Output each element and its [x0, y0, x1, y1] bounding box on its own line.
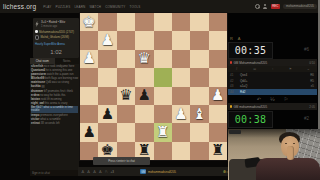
table-cell: Rd2	[240, 90, 314, 94]
piece-black-pawn: ♟	[82, 125, 95, 140]
square-a6[interactable]: ♟	[80, 50, 98, 68]
square-b2[interactable]	[98, 123, 116, 141]
piece-white-rook: ♜	[156, 125, 169, 140]
lichess-logo[interactable]: lichess.org	[3, 3, 36, 10]
square-b8[interactable]	[98, 13, 116, 31]
square-e8[interactable]	[154, 13, 172, 31]
square-h1[interactable]: ♜	[209, 142, 227, 160]
nav-item-puzzles[interactable]: PUZZLES	[56, 5, 71, 9]
table-column-icon: ≡	[307, 67, 309, 71]
piece-white-pawn: ♟	[101, 33, 114, 48]
piece-white-pawn: ♟	[82, 51, 95, 66]
draw-offer-icon[interactable]: ½	[270, 96, 275, 102]
player-row-bottom-name: GM mohammadsina8205	[234, 105, 268, 109]
square-e2[interactable]: ♜	[154, 123, 172, 141]
tournament-countdown: 1:02	[33, 49, 79, 55]
header-right: REC mohammadsina8205	[255, 4, 317, 10]
square-c2[interactable]	[117, 123, 135, 141]
black-clock-time: 00:38	[235, 114, 267, 125]
square-d2[interactable]	[135, 123, 153, 141]
table-cell: 43	[230, 84, 240, 88]
player-name[interactable]: mohammadsina8205	[148, 170, 176, 174]
square-f8[interactable]	[172, 13, 190, 31]
white-clock-tag: #6	[304, 47, 309, 52]
webcam-person-hand	[287, 146, 294, 160]
white-player[interactable]: Mohammadsina8205 (2747)	[33, 28, 79, 34]
piece-black-pawn: ♟	[101, 107, 114, 122]
square-c5[interactable]	[117, 68, 135, 86]
webcam-label-chip	[229, 130, 241, 134]
webcam-view	[228, 129, 320, 180]
search-icon[interactable]	[255, 4, 260, 9]
captured-pieces: ♙ ♙ ♙ ♙ ♘	[81, 169, 109, 174]
table-row[interactable]: 42Qd4+R5	[228, 78, 317, 84]
table-cell: Qxe4	[240, 73, 310, 77]
white-clock-widget: 00:35	[228, 42, 273, 59]
table-column-icon: #	[236, 67, 238, 71]
piece-black-pawn: ♟	[138, 88, 151, 103]
square-c8[interactable]	[117, 13, 135, 31]
square-f7[interactable]	[172, 31, 190, 49]
black-dot-icon	[35, 35, 39, 40]
keyboard-hint: Press <enter> to chat	[93, 157, 150, 165]
resign-flag-icon[interactable]: ⚐	[284, 96, 288, 102]
table-cell: Qd4+	[240, 79, 310, 83]
table-cell: 41	[230, 73, 240, 77]
table-column-icon: ▤	[253, 67, 256, 71]
window-marks: R A	[230, 36, 242, 41]
material-advantage: +3	[111, 170, 114, 174]
white-clock-time: 00:35	[235, 45, 267, 56]
piece-white-pawn: ♟	[211, 88, 224, 103]
square-d8[interactable]	[135, 13, 153, 31]
square-f2[interactable]	[172, 123, 190, 141]
white-dot-icon	[35, 30, 38, 33]
square-c4[interactable]: ♛	[117, 87, 135, 105]
chat-input[interactable]: Sign in to chat	[30, 170, 79, 176]
square-d4[interactable]: ♟	[135, 87, 153, 105]
nav-item-learn[interactable]: LEARN	[74, 5, 85, 9]
table-column-icon: ⚑	[289, 67, 292, 71]
square-f1[interactable]	[172, 142, 190, 160]
table-column-icon: ◔	[272, 67, 274, 71]
webcam-person-body	[256, 158, 320, 180]
user-icon[interactable]	[263, 4, 268, 9]
square-a2[interactable]: ♟	[80, 123, 98, 141]
square-a4[interactable]	[80, 87, 98, 105]
square-c7[interactable]	[117, 31, 135, 49]
square-h2[interactable]	[209, 123, 227, 141]
square-e6[interactable]	[154, 50, 172, 68]
square-g6[interactable]	[190, 50, 208, 68]
player-row-bottom-value: 2:05	[309, 105, 315, 109]
square-h5[interactable]	[209, 68, 227, 86]
square-e5[interactable]	[154, 68, 172, 86]
square-h6[interactable]	[209, 50, 227, 68]
square-h8[interactable]	[209, 13, 227, 31]
piece-white-pawn: ♟	[174, 107, 187, 122]
table-row[interactable]: 41Qxe4R6	[228, 72, 317, 78]
square-a5[interactable]	[80, 68, 98, 86]
square-g3[interactable]: ♝	[190, 105, 208, 123]
blitz-icon	[35, 21, 39, 27]
keyboard-hint-text: Press <enter> to chat	[108, 159, 135, 163]
rec-badge: REC	[271, 4, 280, 9]
nav-item-community[interactable]: COMMUNITY	[105, 5, 125, 9]
nav-item-watch[interactable]: WATCH	[89, 5, 101, 9]
chat-messages[interactable]: silverfish nice rook endgame hereQuantum…	[30, 64, 79, 170]
webcam-shadow	[228, 129, 320, 138]
username-pill[interactable]: mohammadsina8205	[283, 4, 317, 10]
square-c3[interactable]	[117, 105, 135, 123]
table-cell: a1=Q	[240, 84, 311, 88]
title-badge: GM	[140, 169, 147, 174]
table-row[interactable]: 43a1=Qe5	[228, 83, 317, 89]
player-row-top-name: GM Mohammadsina8205	[234, 61, 268, 65]
stream-screenshot: lichess.org PLAYPUZZLESLEARNWATCHCOMMUNI…	[0, 0, 320, 180]
nav-item-play[interactable]: PLAY	[43, 5, 51, 9]
square-d5[interactable]	[135, 68, 153, 86]
square-b5[interactable]	[98, 68, 116, 86]
chat-panel: Chat room Notes silverfish nice rook end…	[30, 58, 79, 176]
red-dot-icon	[230, 61, 233, 64]
table-cell: R5	[310, 79, 314, 83]
square-g5[interactable]	[190, 68, 208, 86]
piece-black-rook: ♜	[211, 143, 224, 158]
square-f5[interactable]	[172, 68, 190, 86]
black-clock-tag: #2	[304, 116, 309, 121]
square-d7[interactable]	[135, 31, 153, 49]
square-d6[interactable]: ♛	[135, 50, 153, 68]
square-g1[interactable]	[190, 142, 208, 160]
square-h4[interactable]: ♟	[209, 87, 227, 105]
site-header: lichess.org PLAYPUZZLESLEARNWATCHCOMMUNI…	[0, 0, 320, 13]
square-b3[interactable]: ♟	[98, 105, 116, 123]
table-cell: 44	[230, 90, 240, 94]
nav-item-tools[interactable]: TOOLS	[129, 5, 140, 9]
square-c6[interactable]	[117, 50, 135, 68]
square-h3[interactable]	[209, 105, 227, 123]
table-cell: e5	[311, 84, 314, 88]
player-row-top[interactable]: GM Mohammadsina8205 0/10	[228, 59, 317, 66]
square-a7[interactable]	[80, 31, 98, 49]
black-clock-widget: 00:38	[228, 111, 273, 128]
piece-black-queen: ♛	[119, 88, 132, 103]
chat-input-placeholder: Sign in to chat	[32, 171, 50, 175]
chess-board: ♚♟♟♛♛♟♟♟♟♝♟♜♚♜♜	[80, 13, 227, 160]
piece-white-bishop: ♝	[193, 107, 206, 122]
square-f4[interactable]	[172, 87, 190, 105]
moves-table: #▤◔⚑≡ 41Qxe4R642Qd4+R543a1=Qe544Rd2	[228, 66, 317, 95]
gold-dot-icon	[230, 105, 233, 108]
player-row-top-value: 0/10	[309, 61, 315, 65]
game-info-box: 3+0 • Rated • Blitz 1 minute ago Mohamma…	[33, 18, 79, 58]
square-e7[interactable]	[154, 31, 172, 49]
square-e1[interactable]	[154, 142, 172, 160]
square-a8[interactable]: ♚	[80, 13, 98, 31]
square-g4[interactable]	[190, 87, 208, 105]
main-nav: PLAYPUZZLESLEARNWATCHCOMMUNITYTOOLS	[43, 5, 140, 9]
table-cell: 42	[230, 79, 240, 83]
square-e3[interactable]	[154, 105, 172, 123]
bottom-player-bar: ♙ ♙ ♙ ♙ ♘ +3 GM mohammadsina8205 0:38	[78, 167, 235, 176]
square-g8[interactable]	[190, 13, 208, 31]
game-controls: ↶½⚐	[228, 95, 317, 103]
square-d3[interactable]	[135, 105, 153, 123]
piece-white-king: ♚	[82, 15, 95, 30]
square-b6[interactable]	[98, 50, 116, 68]
square-h7[interactable]	[209, 31, 227, 49]
takeback-icon[interactable]: ↶	[257, 96, 261, 102]
tournament-link[interactable]: Hourly SuperBlitz Arena	[33, 40, 79, 47]
table-row[interactable]: 44Rd2	[228, 89, 317, 95]
player-row-bottom[interactable]: GM mohammadsina8205 2:05	[228, 103, 317, 110]
square-a3[interactable]	[80, 105, 98, 123]
piece-white-queen: ♛	[138, 51, 151, 66]
square-b7[interactable]: ♟	[98, 31, 116, 49]
square-e4[interactable]	[154, 87, 172, 105]
table-cell: R6	[310, 73, 314, 77]
square-g7[interactable]	[190, 31, 208, 49]
square-f6[interactable]	[172, 50, 190, 68]
square-g2[interactable]	[190, 123, 208, 141]
square-b4[interactable]	[98, 87, 116, 105]
game-started: 1 minute ago	[41, 24, 65, 28]
square-f3[interactable]: ♟	[172, 105, 190, 123]
chat-message: zeitnot 38 seconds left	[31, 122, 78, 126]
